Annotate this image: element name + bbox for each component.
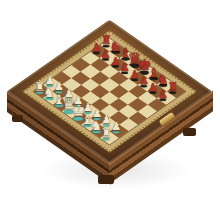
chess-board-frame: ♜♞♝♛♚♝♞♜♟♟♟♟♟♟♟♟♟♟♟♟♟♟♟♟♜♞♝♛♚♝♞♜ (7, 20, 212, 164)
box-foot-right (183, 128, 196, 136)
box-foot-left (12, 115, 23, 122)
box-foot-front (98, 175, 114, 184)
product-photo: ♜♞♝♛♚♝♞♜♟♟♟♟♟♟♟♟♟♟♟♟♟♟♟♟♜♞♝♛♚♝♞♜ (0, 0, 220, 209)
